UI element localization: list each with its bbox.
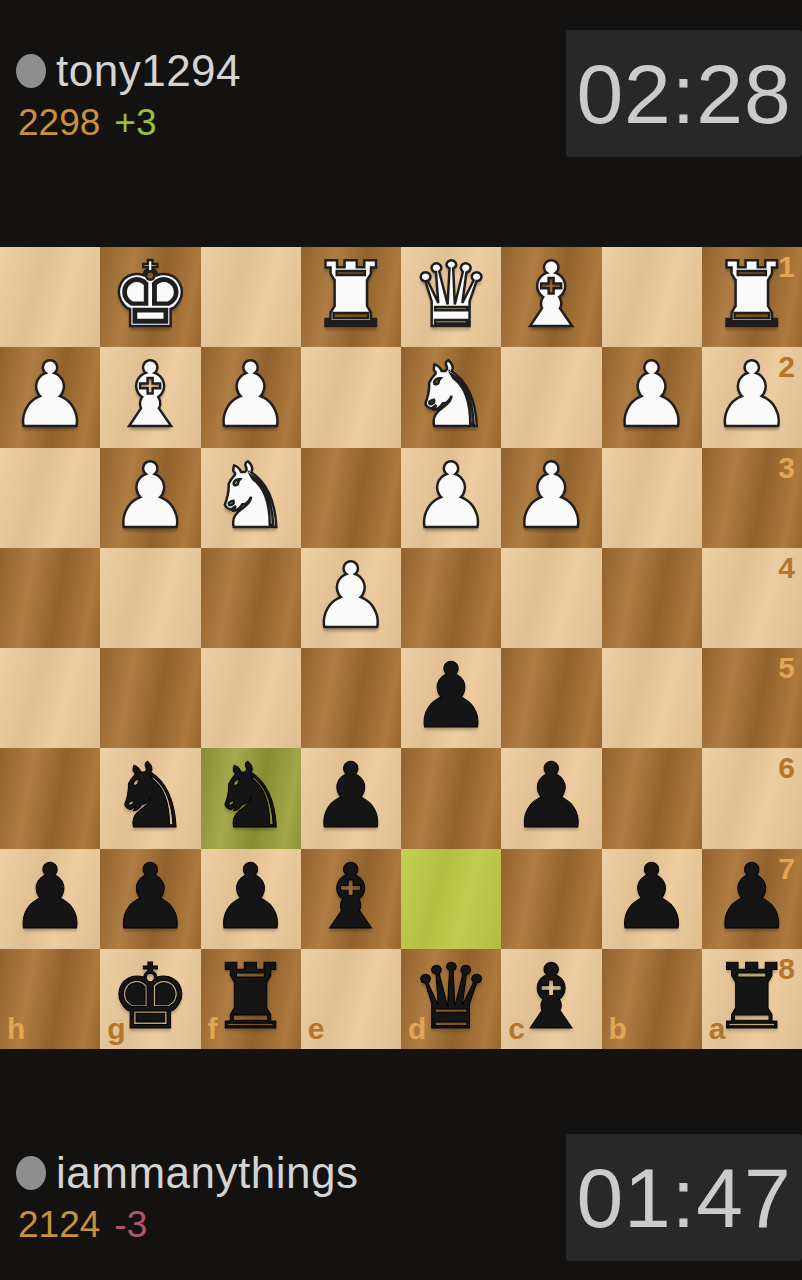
rank-label-4: 4: [778, 553, 795, 583]
file-label-h: h: [7, 1014, 25, 1044]
white-pawn-piece[interactable]: ♟: [511, 451, 592, 541]
square-b2[interactable]: ♟: [602, 347, 702, 447]
square-d2[interactable]: ♞: [401, 347, 501, 447]
bottom-player-info: iammanythings 2124 -3: [16, 1148, 358, 1246]
bottom-player-name: iammanythings: [56, 1148, 358, 1198]
square-g3[interactable]: ♟: [100, 448, 200, 548]
square-h6[interactable]: [0, 748, 100, 848]
square-f5[interactable]: [201, 648, 301, 748]
square-d5[interactable]: ♟: [401, 648, 501, 748]
square-h5[interactable]: [0, 648, 100, 748]
square-d4[interactable]: [401, 548, 501, 648]
square-h4[interactable]: [0, 548, 100, 648]
black-pawn-piece[interactable]: ♟: [10, 852, 91, 942]
square-f3[interactable]: ♞: [201, 448, 301, 548]
square-c8[interactable]: ♝c: [501, 949, 601, 1049]
square-e4[interactable]: ♟: [301, 548, 401, 648]
square-g5[interactable]: [100, 648, 200, 748]
rank-label-6: 6: [778, 753, 795, 783]
square-f6[interactable]: ♞: [201, 748, 301, 848]
white-knight-piece[interactable]: ♞: [210, 451, 291, 541]
square-b8[interactable]: b: [602, 949, 702, 1049]
white-king-piece[interactable]: ♚: [110, 250, 191, 340]
square-g2[interactable]: ♝: [100, 347, 200, 447]
file-label-f: f: [208, 1014, 218, 1044]
square-a7[interactable]: ♟7: [702, 849, 802, 949]
white-pawn-piece[interactable]: ♟: [411, 451, 492, 541]
square-e7[interactable]: ♝: [301, 849, 401, 949]
square-h7[interactable]: ♟: [0, 849, 100, 949]
rank-label-5: 5: [778, 653, 795, 683]
bottom-player-rating: 2124: [18, 1204, 100, 1246]
black-pawn-piece[interactable]: ♟: [110, 852, 191, 942]
top-clock-time: 02:28: [576, 52, 791, 136]
square-a1[interactable]: ♜1: [702, 247, 802, 347]
file-label-c: c: [508, 1014, 525, 1044]
square-c3[interactable]: ♟: [501, 448, 601, 548]
square-e5[interactable]: [301, 648, 401, 748]
square-d6[interactable]: [401, 748, 501, 848]
square-f8[interactable]: ♜f: [201, 949, 301, 1049]
rank-label-1: 1: [778, 252, 795, 282]
white-bishop-piece[interactable]: ♝: [110, 350, 191, 440]
rank-label-2: 2: [778, 352, 795, 382]
square-b4[interactable]: [602, 548, 702, 648]
square-h3[interactable]: [0, 448, 100, 548]
top-player-rating: 2298: [18, 102, 100, 144]
square-h8[interactable]: h: [0, 949, 100, 1049]
square-h2[interactable]: ♟: [0, 347, 100, 447]
square-c1[interactable]: ♝: [501, 247, 601, 347]
square-f4[interactable]: [201, 548, 301, 648]
square-a3[interactable]: 3: [702, 448, 802, 548]
file-label-g: g: [107, 1014, 125, 1044]
top-player-info: tony1294 2298 +3: [16, 46, 241, 144]
square-b6[interactable]: [602, 748, 702, 848]
square-c4[interactable]: [501, 548, 601, 648]
square-b3[interactable]: [602, 448, 702, 548]
square-f7[interactable]: ♟: [201, 849, 301, 949]
black-knight-piece[interactable]: ♞: [110, 751, 191, 841]
white-pawn-piece[interactable]: ♟: [210, 350, 291, 440]
square-c7[interactable]: [501, 849, 601, 949]
black-pawn-piece[interactable]: ♟: [511, 751, 592, 841]
chess-board[interactable]: ♚♜♛♝♜1♟♝♟♞♟♟2♟♞♟♟3♟4♟5♞♞♟♟6♟♟♟♝♟♟7h♚g♜fe…: [0, 247, 802, 1049]
square-a4[interactable]: 4: [702, 548, 802, 648]
white-knight-piece[interactable]: ♞: [411, 350, 492, 440]
square-e8[interactable]: e: [301, 949, 401, 1049]
square-f1[interactable]: [201, 247, 301, 347]
square-g8[interactable]: ♚g: [100, 949, 200, 1049]
bottom-player-clock: 01:47: [566, 1134, 802, 1261]
game-screen: tony1294 2298 +3 02:28 ♚♜♛♝♜1♟♝♟♞♟♟2♟♞♟♟…: [0, 0, 802, 1280]
black-pawn-piece[interactable]: ♟: [210, 852, 291, 942]
square-g6[interactable]: ♞: [100, 748, 200, 848]
file-label-a: a: [709, 1014, 726, 1044]
file-label-e: e: [308, 1014, 325, 1044]
square-g4[interactable]: [100, 548, 200, 648]
square-d3[interactable]: ♟: [401, 448, 501, 548]
top-player-name: tony1294: [56, 46, 241, 96]
top-player-clock: 02:28: [566, 30, 802, 157]
file-label-b: b: [609, 1014, 627, 1044]
black-pawn-piece[interactable]: ♟: [411, 651, 492, 741]
white-rook-piece[interactable]: ♜: [311, 250, 392, 340]
square-c6[interactable]: ♟: [501, 748, 601, 848]
square-e6[interactable]: ♟: [301, 748, 401, 848]
square-e3[interactable]: [301, 448, 401, 548]
bottom-player-rating-change: -3: [114, 1204, 147, 1246]
square-d8[interactable]: ♛d: [401, 949, 501, 1049]
white-pawn-piece[interactable]: ♟: [311, 551, 392, 641]
player-color-circle-icon: [16, 1156, 46, 1190]
square-f2[interactable]: ♟: [201, 347, 301, 447]
square-c2[interactable]: [501, 347, 601, 447]
rank-label-3: 3: [778, 453, 795, 483]
square-g7[interactable]: ♟: [100, 849, 200, 949]
white-pawn-piece[interactable]: ♟: [110, 451, 191, 541]
black-pawn-piece[interactable]: ♟: [611, 852, 692, 942]
white-bishop-piece[interactable]: ♝: [511, 250, 592, 340]
top-player-rating-change: +3: [114, 102, 156, 144]
player-color-circle-icon: [16, 54, 46, 88]
square-b7[interactable]: ♟: [602, 849, 702, 949]
square-d1[interactable]: ♛: [401, 247, 501, 347]
white-pawn-piece[interactable]: ♟: [611, 350, 692, 440]
square-a6[interactable]: 6: [702, 748, 802, 848]
square-b5[interactable]: [602, 648, 702, 748]
black-rook-piece[interactable]: ♜: [210, 952, 291, 1042]
square-a8[interactable]: ♜8a: [702, 949, 802, 1049]
file-label-d: d: [408, 1014, 426, 1044]
rank-label-7: 7: [778, 854, 795, 884]
rank-label-8: 8: [778, 954, 795, 984]
square-a2[interactable]: ♟2: [702, 347, 802, 447]
black-bishop-piece[interactable]: ♝: [311, 852, 392, 942]
white-queen-piece[interactable]: ♛: [411, 250, 492, 340]
square-a5[interactable]: 5: [702, 648, 802, 748]
square-h1[interactable]: [0, 247, 100, 347]
square-e1[interactable]: ♜: [301, 247, 401, 347]
white-pawn-piece[interactable]: ♟: [10, 350, 91, 440]
black-knight-piece[interactable]: ♞: [210, 751, 291, 841]
square-d7[interactable]: [401, 849, 501, 949]
square-e2[interactable]: [301, 347, 401, 447]
square-b1[interactable]: [602, 247, 702, 347]
square-g1[interactable]: ♚: [100, 247, 200, 347]
square-c5[interactable]: [501, 648, 601, 748]
black-pawn-piece[interactable]: ♟: [311, 751, 392, 841]
bottom-clock-time: 01:47: [576, 1156, 791, 1240]
